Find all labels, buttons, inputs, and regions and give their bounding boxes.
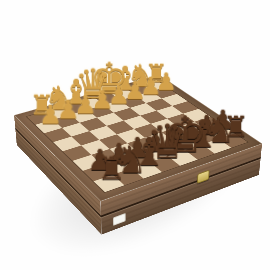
white-pawn-icon: ♟ xyxy=(39,102,62,128)
black-rook-icon: ♜ xyxy=(97,153,125,185)
chess-box-scene: ♜♞♝♛♚♝♞♜♟♟♟♟♟♟♟♟♟♟♟♟♟♟♟♟♜♞♝♛♚♝♞♜ xyxy=(44,39,224,219)
brass-clasp xyxy=(197,170,210,184)
product-photo-chess-set: { "game": "chess", "scene_description": … xyxy=(0,0,270,270)
white-sticker-label xyxy=(113,213,126,226)
